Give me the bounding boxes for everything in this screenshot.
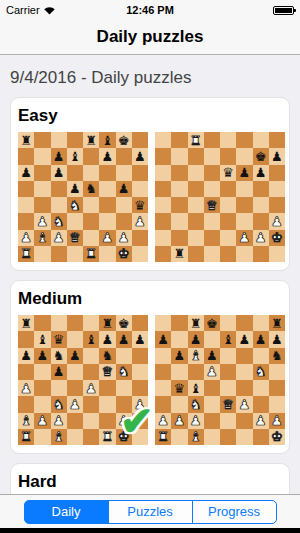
board-square [171, 429, 187, 445]
board-square [236, 413, 252, 429]
board-square: ♝ [188, 429, 204, 445]
black-rook: ♜ [174, 247, 186, 260]
board-square: ♟ [99, 331, 115, 347]
board-square: ♟ [34, 413, 50, 429]
board-square: ♛ [220, 165, 236, 181]
board-square [83, 213, 99, 229]
black-queen: ♛ [53, 333, 65, 346]
white-pawn: ♟ [102, 231, 114, 244]
board-square [204, 181, 220, 197]
board-square: ♟ [155, 413, 171, 429]
board-square [236, 364, 252, 380]
board-square: ♞ [51, 396, 67, 412]
board-square: ♟ [99, 148, 115, 164]
board-square [155, 197, 171, 213]
board-square: ♟ [269, 213, 285, 229]
black-bishop: ♝ [69, 150, 81, 163]
board-square: ♚ [116, 246, 132, 262]
black-pawn: ♟ [157, 333, 169, 346]
board-square [51, 197, 67, 213]
black-rook: ♜ [102, 317, 114, 330]
board-square: ♞ [269, 348, 285, 364]
board-square [269, 165, 285, 181]
board-square [253, 429, 269, 445]
board-square [155, 230, 171, 246]
board-square: ♟ [253, 331, 269, 347]
black-pawn: ♟ [118, 182, 130, 195]
difficulty-label-easy: Easy [18, 106, 289, 126]
board-square: ♟ [34, 213, 50, 229]
board-square: ♟ [18, 348, 34, 364]
board-square: ♟ [253, 230, 269, 246]
black-pawn: ♟ [102, 333, 114, 346]
board-square [220, 413, 236, 429]
board-square [220, 348, 236, 364]
board-square: ♚ [269, 429, 285, 445]
board-square [236, 213, 252, 229]
board-square [99, 213, 115, 229]
board-square [188, 181, 204, 197]
board-square: ♚ [269, 230, 285, 246]
white-knight: ♞ [255, 365, 267, 378]
board-square: ♜ [83, 246, 99, 262]
white-bishop: ♝ [190, 349, 202, 362]
tab-puzzles[interactable]: Puzzles [108, 500, 193, 524]
black-pawn: ♟ [255, 166, 267, 179]
board-square: ♝ [220, 331, 236, 347]
board-square [171, 331, 187, 347]
board-square [83, 148, 99, 164]
board-square [132, 246, 148, 262]
white-pawn: ♟ [255, 231, 267, 244]
board-square [220, 364, 236, 380]
white-knight: ♞ [53, 398, 65, 411]
board-square [83, 364, 99, 380]
tab-progress[interactable]: Progress [192, 500, 277, 524]
board-square [204, 132, 220, 148]
black-queen: ♛ [174, 382, 186, 395]
board-square: ♟ [34, 348, 50, 364]
board-square [204, 230, 220, 246]
board-square [155, 348, 171, 364]
board-square [132, 132, 148, 148]
difficulty-label-medium: Medium [18, 289, 289, 309]
board-square: ♟ [204, 364, 220, 380]
board-square: ♝ [18, 413, 34, 429]
app-screen: Carrier 12:46 PM Daily puzzles 9/4/2016 … [0, 0, 300, 533]
board-square: ♚ [253, 148, 269, 164]
board-square [99, 165, 115, 181]
board-square [67, 213, 83, 229]
board-square [155, 213, 171, 229]
white-pawn: ♟ [206, 365, 218, 378]
board-square [67, 165, 83, 181]
board-square: ♞ [188, 396, 204, 412]
board-square [155, 165, 171, 181]
board-square [34, 246, 50, 262]
wifi-icon [43, 5, 56, 15]
white-king: ♚ [118, 247, 130, 260]
white-queen: ♛ [206, 199, 218, 212]
board-square: ♜ [18, 132, 34, 148]
board-square: ♝ [188, 348, 204, 364]
board-square [67, 364, 83, 380]
white-knight: ♞ [190, 398, 202, 411]
puzzle-board-easy-2[interactable]: ♜♚♟♛♟♟♛♟♟♟♚♜ [155, 132, 285, 262]
board-square [132, 364, 148, 380]
board-square [171, 230, 187, 246]
board-square: ♟ [236, 396, 252, 412]
board-square [67, 315, 83, 331]
board-square: ♟ [18, 230, 34, 246]
black-knight: ♞ [271, 349, 283, 362]
white-rook: ♜ [20, 430, 32, 443]
board-square: ♟ [99, 230, 115, 246]
white-pawn: ♟ [53, 231, 65, 244]
board-square: ♟ [116, 181, 132, 197]
tab-daily[interactable]: Daily [24, 500, 109, 524]
board-square: ♜ [99, 429, 115, 445]
black-king: ♚ [255, 150, 267, 163]
white-pawn: ♟ [271, 215, 283, 228]
board-square: ♟ [51, 165, 67, 181]
board-square [51, 181, 67, 197]
board-square [171, 396, 187, 412]
board-square [116, 348, 132, 364]
board-square: ♟ [67, 181, 83, 197]
board-square: ♟ [269, 148, 285, 164]
puzzle-board-medium-2[interactable]: ♜♚♜♟♟♝♟♟♟♟♝♟♞♟♞♛♝♞♛♟♟♟♟♟♟♜♝♚ [155, 315, 285, 445]
white-pawn: ♟ [53, 414, 65, 427]
board-square [155, 396, 171, 412]
board-square [253, 380, 269, 396]
white-pawn: ♟ [37, 414, 49, 427]
board-square [18, 396, 34, 412]
board-square [132, 230, 148, 246]
board-square [34, 132, 50, 148]
board-square: ♟ [83, 380, 99, 396]
white-rook: ♜ [157, 430, 169, 443]
board-square [269, 132, 285, 148]
board-square [204, 165, 220, 181]
board-square [67, 331, 83, 347]
black-pawn: ♟ [53, 166, 65, 179]
tab-segmented-control: Daily Puzzles Progress [24, 500, 277, 524]
black-king: ♚ [206, 317, 218, 330]
medium-card: Medium ♜♜♚♝♛♝♟♟♟♟♟♞♟♞♟♛♞♟♟♞♟♟♝♟♟♟♜♝♜♚ ♜♚… [10, 280, 290, 454]
black-pawn: ♟ [37, 349, 49, 362]
white-queen: ♛ [222, 398, 234, 411]
board-square [83, 165, 99, 181]
board-square: ♟ [116, 331, 132, 347]
board-square [236, 246, 252, 262]
board-square [171, 132, 187, 148]
board-square [155, 132, 171, 148]
board-square [171, 213, 187, 229]
status-left: Carrier [6, 4, 56, 16]
board-square [99, 246, 115, 262]
board-square [18, 364, 34, 380]
board-square [236, 197, 252, 213]
white-pawn: ♟ [174, 414, 186, 427]
board-square: ♟ [132, 213, 148, 229]
black-pawn: ♟ [239, 333, 251, 346]
board-square: ♜ [99, 315, 115, 331]
black-pawn: ♟ [69, 182, 81, 195]
board-square [155, 181, 171, 197]
white-king: ♚ [271, 231, 283, 244]
board-square [188, 148, 204, 164]
board-square [51, 132, 67, 148]
black-queen: ♛ [222, 166, 234, 179]
board-square: ♛ [67, 230, 83, 246]
black-pawn: ♟ [271, 333, 283, 346]
black-pawn: ♟ [53, 365, 65, 378]
board-square: ♜ [155, 429, 171, 445]
black-queen: ♛ [134, 199, 146, 212]
board-square [132, 315, 148, 331]
board-square [155, 364, 171, 380]
board-square [18, 181, 34, 197]
board-square: ♞ [116, 364, 132, 380]
board-square [171, 181, 187, 197]
board-square [253, 181, 269, 197]
board-square: ♛ [132, 197, 148, 213]
board-square [67, 413, 83, 429]
board-square [51, 246, 67, 262]
board-square [253, 348, 269, 364]
white-pawn: ♟ [255, 414, 267, 427]
black-rook: ♜ [20, 317, 32, 330]
board-square [188, 197, 204, 213]
board-square [220, 315, 236, 331]
black-knight: ♞ [85, 182, 97, 195]
board-square [253, 246, 269, 262]
puzzle-board-easy-1[interactable]: ♜♜♝♚♟♝♟♟♟♟♟♞♟♞♛♟♞♟♟♝♟♛♟♟♜♜♚ [18, 132, 148, 262]
board-square [51, 315, 67, 331]
board-square [155, 246, 171, 262]
board-square [269, 197, 285, 213]
board-square: ♝ [188, 380, 204, 396]
easy-card: Easy ♜♜♝♚♟♝♟♟♟♟♟♞♟♞♛♟♞♟♟♝♟♛♟♟♜♜♚ ♜♚♟♛♟♟♛… [10, 97, 290, 271]
difficulty-label-hard: Hard [18, 472, 289, 492]
board-square [236, 380, 252, 396]
board-square [220, 429, 236, 445]
board-square [171, 364, 187, 380]
black-pawn: ♟ [239, 166, 251, 179]
black-bishop: ♝ [102, 134, 114, 147]
board-square [236, 348, 252, 364]
board-square [67, 429, 83, 445]
board-square: ♟ [269, 331, 285, 347]
black-bishop: ♝ [222, 333, 234, 346]
board-square [34, 197, 50, 213]
board-square: ♞ [253, 364, 269, 380]
board-square: ♜ [18, 315, 34, 331]
board-square [83, 230, 99, 246]
board-square [116, 380, 132, 396]
board-square [83, 348, 99, 364]
board-square: ♟ [51, 364, 67, 380]
board-square: ♟ [51, 413, 67, 429]
board-square: ♝ [99, 132, 115, 148]
board-square: ♜ [269, 315, 285, 331]
white-rook: ♜ [20, 247, 32, 260]
board-square: ♜ [83, 132, 99, 148]
board-square: ♝ [34, 331, 50, 347]
page-title: Daily puzzles [97, 27, 204, 47]
board-square: ♟ [188, 331, 204, 347]
board-square: ♛ [51, 331, 67, 347]
board-square [18, 148, 34, 164]
board-square [220, 181, 236, 197]
board-square: ♟ [67, 348, 83, 364]
easy-boards-row: ♜♜♝♚♟♝♟♟♟♟♟♞♟♞♛♟♞♟♟♝♟♛♟♟♜♜♚ ♜♚♟♛♟♟♛♟♟♟♚♜ [11, 132, 289, 262]
board-square [34, 148, 50, 164]
white-pawn: ♟ [85, 382, 97, 395]
board-square: ♟ [155, 331, 171, 347]
black-pawn: ♟ [102, 150, 114, 163]
board-square: ♝ [51, 429, 67, 445]
white-rook: ♜ [190, 134, 202, 147]
board-square [253, 197, 269, 213]
board-square [34, 380, 50, 396]
board-square [220, 132, 236, 148]
black-pawn: ♟ [190, 333, 202, 346]
board-square [269, 181, 285, 197]
black-king: ♚ [118, 134, 130, 147]
board-square [99, 181, 115, 197]
board-square [34, 165, 50, 181]
board-square [99, 413, 115, 429]
board-square: ♜ [188, 132, 204, 148]
board-square [204, 213, 220, 229]
white-pawn: ♟ [20, 382, 32, 395]
board-square [171, 148, 187, 164]
nav-bar: Daily puzzles [0, 20, 300, 55]
board-square [67, 246, 83, 262]
white-pawn: ♟ [271, 414, 283, 427]
board-square: ♟ [188, 413, 204, 429]
black-pawn: ♟ [69, 349, 81, 362]
board-square: ♟ [236, 331, 252, 347]
board-square [220, 246, 236, 262]
board-square: ♞ [51, 348, 67, 364]
status-right [273, 6, 294, 15]
white-pawn: ♟ [134, 215, 146, 228]
board-square: ♝ [67, 148, 83, 164]
board-square [83, 315, 99, 331]
board-square [99, 380, 115, 396]
board-square: ♟ [132, 148, 148, 164]
black-pawn: ♟ [20, 349, 32, 362]
tab-bar: Daily Puzzles Progress [0, 494, 300, 528]
board-square [204, 148, 220, 164]
white-knight: ♞ [53, 215, 65, 228]
board-square: ♟ [253, 413, 269, 429]
black-pawn: ♟ [206, 349, 218, 362]
board-square: ♟ [51, 230, 67, 246]
white-knight: ♞ [118, 365, 130, 378]
board-square [171, 315, 187, 331]
board-square [220, 148, 236, 164]
board-square [34, 429, 50, 445]
white-pawn: ♟ [190, 414, 202, 427]
board-square [188, 165, 204, 181]
board-square: ♝ [34, 230, 50, 246]
board-square [171, 197, 187, 213]
board-square [236, 132, 252, 148]
board-square [269, 396, 285, 412]
white-pawn: ♟ [239, 398, 251, 411]
board-square: ♟ [18, 165, 34, 181]
board-square: ♝ [83, 331, 99, 347]
black-knight: ♞ [53, 349, 65, 362]
board-square: ♟ [269, 413, 285, 429]
board-square: ♞ [83, 181, 99, 197]
board-square [220, 380, 236, 396]
board-square: ♟ [253, 165, 269, 181]
board-square: ♞ [51, 213, 67, 229]
board-square [236, 148, 252, 164]
board-square [155, 315, 171, 331]
board-square [269, 246, 285, 262]
board-square [18, 213, 34, 229]
board-square [253, 132, 269, 148]
board-square: ♚ [116, 315, 132, 331]
board-square [220, 213, 236, 229]
black-rook: ♜ [271, 317, 283, 330]
board-square [83, 197, 99, 213]
board-square [34, 364, 50, 380]
board-square: ♟ [236, 230, 252, 246]
black-bishop: ♝ [85, 333, 97, 346]
solved-check-icon: ✔ [120, 401, 154, 441]
board-square [116, 213, 132, 229]
board-square [253, 213, 269, 229]
black-rook: ♜ [85, 134, 97, 147]
board-square [116, 197, 132, 213]
board-square: ♞ [67, 197, 83, 213]
white-pawn: ♟ [157, 414, 169, 427]
board-square [132, 380, 148, 396]
board-square [132, 181, 148, 197]
board-square [236, 181, 252, 197]
white-bishop: ♝ [53, 430, 65, 443]
board-square [99, 396, 115, 412]
board-square: ♟ [171, 348, 187, 364]
board-square [253, 315, 269, 331]
black-pawn: ♟ [174, 349, 186, 362]
white-pawn: ♟ [118, 231, 130, 244]
white-rook: ♜ [102, 430, 114, 443]
battery-icon [273, 6, 294, 15]
black-pawn: ♟ [255, 333, 267, 346]
board-square [204, 331, 220, 347]
board-square [51, 380, 67, 396]
board-square: ♟ [171, 413, 187, 429]
board-square: ♜ [171, 246, 187, 262]
board-square [269, 380, 285, 396]
white-bishop: ♝ [20, 414, 32, 427]
board-square [188, 364, 204, 380]
board-square [188, 230, 204, 246]
black-pawn: ♟ [118, 333, 130, 346]
white-king: ♚ [271, 430, 283, 443]
white-pawn: ♟ [239, 231, 251, 244]
black-bishop: ♝ [190, 382, 202, 395]
board-square [204, 246, 220, 262]
